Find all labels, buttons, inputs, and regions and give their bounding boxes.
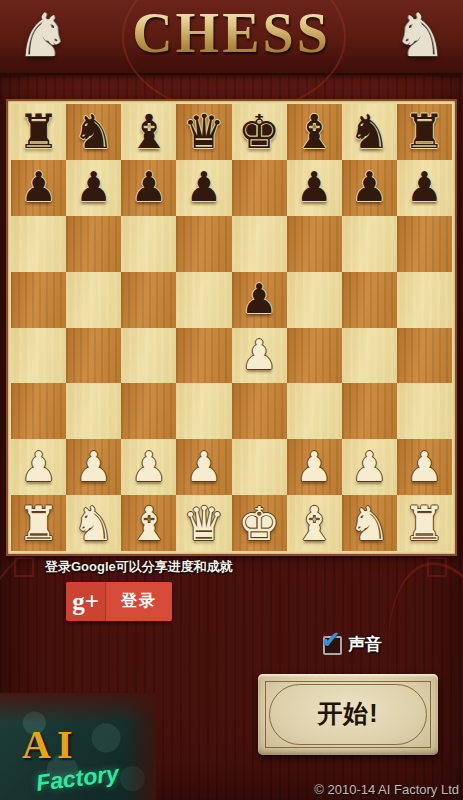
square-e6[interactable]	[232, 216, 287, 272]
square-g5[interactable]	[342, 272, 397, 328]
white-bishop-piece[interactable]: ♝	[128, 496, 170, 551]
white-queen-piece[interactable]: ♛	[183, 496, 225, 551]
white-bishop-piece[interactable]: ♝	[293, 496, 335, 551]
square-b5[interactable]	[66, 272, 121, 328]
black-pawn-piece[interactable]: ♟	[241, 272, 278, 327]
square-e8[interactable]: ♚	[232, 104, 287, 160]
knight-icon-right: ♞	[393, 2, 447, 70]
square-f6[interactable]	[287, 216, 342, 272]
square-b8[interactable]: ♞	[66, 104, 121, 160]
white-pawn-piece[interactable]: ♟	[130, 440, 167, 495]
white-rook-piece[interactable]: ♜	[17, 496, 59, 551]
black-pawn-piece[interactable]: ♟	[406, 160, 443, 215]
square-c7[interactable]: ♟	[121, 160, 176, 216]
square-a2[interactable]: ♟	[11, 439, 66, 495]
square-e5[interactable]: ♟	[232, 272, 287, 328]
square-e2[interactable]	[232, 439, 287, 495]
carved-motif	[14, 557, 34, 577]
white-pawn-piece[interactable]: ♟	[406, 440, 443, 495]
square-f3[interactable]	[287, 383, 342, 439]
black-pawn-piece[interactable]: ♟	[130, 160, 167, 215]
square-h6[interactable]	[397, 216, 452, 272]
white-rook-piece[interactable]: ♜	[403, 496, 445, 551]
google-signin-button-label: 登录	[106, 582, 172, 621]
white-knight-piece[interactable]: ♞	[348, 496, 390, 551]
square-h1[interactable]: ♜	[397, 495, 452, 551]
square-f2[interactable]: ♟	[287, 439, 342, 495]
square-c2[interactable]: ♟	[121, 439, 176, 495]
square-g3[interactable]	[342, 383, 397, 439]
square-g4[interactable]	[342, 328, 397, 384]
white-pawn-piece[interactable]: ♟	[20, 440, 57, 495]
square-e3[interactable]	[232, 383, 287, 439]
google-signin-button[interactable]: g+ 登录	[66, 582, 172, 621]
square-g2[interactable]: ♟	[342, 439, 397, 495]
white-pawn-piece[interactable]: ♟	[241, 328, 278, 383]
white-pawn-piece[interactable]: ♟	[351, 440, 388, 495]
square-a7[interactable]: ♟	[11, 160, 66, 216]
square-h2[interactable]: ♟	[397, 439, 452, 495]
black-bishop-piece[interactable]: ♝	[128, 104, 170, 159]
board-frame: ♜♞♝♛♚♝♞♜♟♟♟♟♟♟♟♟♟♟♟♟♟♟♟♟♜♞♝♛♚♝♞♜	[6, 99, 457, 556]
title-banner: ♞ CHESS ♞	[0, 0, 463, 75]
square-g6[interactable]	[342, 216, 397, 272]
black-queen-piece[interactable]: ♛	[183, 104, 225, 159]
chess-app-screen: ♞ CHESS ♞ ♜♞♝♛♚♝♞♜♟♟♟♟♟♟♟♟♟♟♟♟♟♟♟♟♜♞♝♛♚♝…	[0, 0, 463, 800]
copyright-notice: © 2010-14 AI Factory Ltd	[314, 782, 459, 797]
square-h7[interactable]: ♟	[397, 160, 452, 216]
white-pawn-piece[interactable]: ♟	[296, 440, 333, 495]
google-plus-icon: g+	[66, 582, 106, 621]
start-button-label: 开始!	[258, 697, 438, 730]
google-signin-caption: 登录Google可以分享进度和成就	[45, 558, 233, 576]
checkmark-icon[interactable]: ✔	[321, 626, 341, 654]
black-pawn-piece[interactable]: ♟	[351, 160, 388, 215]
square-e1[interactable]: ♚	[232, 495, 287, 551]
white-king-piece[interactable]: ♚	[238, 496, 280, 551]
black-rook-piece[interactable]: ♜	[403, 104, 445, 159]
square-f4[interactable]	[287, 328, 342, 384]
square-a3[interactable]	[11, 383, 66, 439]
white-pawn-piece[interactable]: ♟	[75, 440, 112, 495]
start-game-button[interactable]: 开始!	[258, 674, 438, 755]
ai-factory-logo: AI Factory	[0, 693, 156, 800]
square-f8[interactable]: ♝	[287, 104, 342, 160]
square-f7[interactable]: ♟	[287, 160, 342, 216]
square-c4[interactable]	[121, 328, 176, 384]
square-h4[interactable]	[397, 328, 452, 384]
square-b2[interactable]: ♟	[66, 439, 121, 495]
square-d6[interactable]	[176, 216, 231, 272]
black-rook-piece[interactable]: ♜	[17, 104, 59, 159]
white-pawn-piece[interactable]: ♟	[186, 440, 223, 495]
square-f5[interactable]	[287, 272, 342, 328]
square-b7[interactable]: ♟	[66, 160, 121, 216]
square-c8[interactable]: ♝	[121, 104, 176, 160]
black-pawn-piece[interactable]: ♟	[296, 160, 333, 215]
black-pawn-piece[interactable]: ♟	[186, 160, 223, 215]
square-b3[interactable]	[66, 383, 121, 439]
square-b4[interactable]	[66, 328, 121, 384]
square-a6[interactable]	[11, 216, 66, 272]
square-a5[interactable]	[11, 272, 66, 328]
black-bishop-piece[interactable]: ♝	[293, 104, 335, 159]
white-knight-piece[interactable]: ♞	[73, 496, 115, 551]
square-g1[interactable]: ♞	[342, 495, 397, 551]
logo-text-ai: AI	[22, 721, 78, 768]
square-h8[interactable]: ♜	[397, 104, 452, 160]
square-d7[interactable]: ♟	[176, 160, 231, 216]
black-knight-piece[interactable]: ♞	[348, 104, 390, 159]
square-a8[interactable]: ♜	[11, 104, 66, 160]
square-g7[interactable]: ♟	[342, 160, 397, 216]
square-b1[interactable]: ♞	[66, 495, 121, 551]
carved-motif	[427, 557, 447, 577]
square-f1[interactable]: ♝	[287, 495, 342, 551]
black-king-piece[interactable]: ♚	[238, 104, 280, 159]
square-h5[interactable]	[397, 272, 452, 328]
black-pawn-piece[interactable]: ♟	[75, 160, 112, 215]
square-c5[interactable]	[121, 272, 176, 328]
square-a4[interactable]	[11, 328, 66, 384]
black-knight-piece[interactable]: ♞	[73, 104, 115, 159]
square-a1[interactable]: ♜	[11, 495, 66, 551]
square-c6[interactable]	[121, 216, 176, 272]
black-pawn-piece[interactable]: ♟	[20, 160, 57, 215]
square-d5[interactable]	[176, 272, 231, 328]
square-d2[interactable]: ♟	[176, 439, 231, 495]
square-g8[interactable]: ♞	[342, 104, 397, 160]
square-h3[interactable]	[397, 383, 452, 439]
square-e7[interactable]	[232, 160, 287, 216]
chess-board[interactable]: ♜♞♝♛♚♝♞♜♟♟♟♟♟♟♟♟♟♟♟♟♟♟♟♟♜♞♝♛♚♝♞♜	[11, 104, 452, 551]
square-d4[interactable]	[176, 328, 231, 384]
square-d3[interactable]	[176, 383, 231, 439]
square-c3[interactable]	[121, 383, 176, 439]
square-c1[interactable]: ♝	[121, 495, 176, 551]
sound-checkbox-label: 声音	[348, 633, 382, 656]
square-b6[interactable]	[66, 216, 121, 272]
square-d1[interactable]: ♛	[176, 495, 231, 551]
square-d8[interactable]: ♛	[176, 104, 231, 160]
square-e4[interactable]: ♟	[232, 328, 287, 384]
